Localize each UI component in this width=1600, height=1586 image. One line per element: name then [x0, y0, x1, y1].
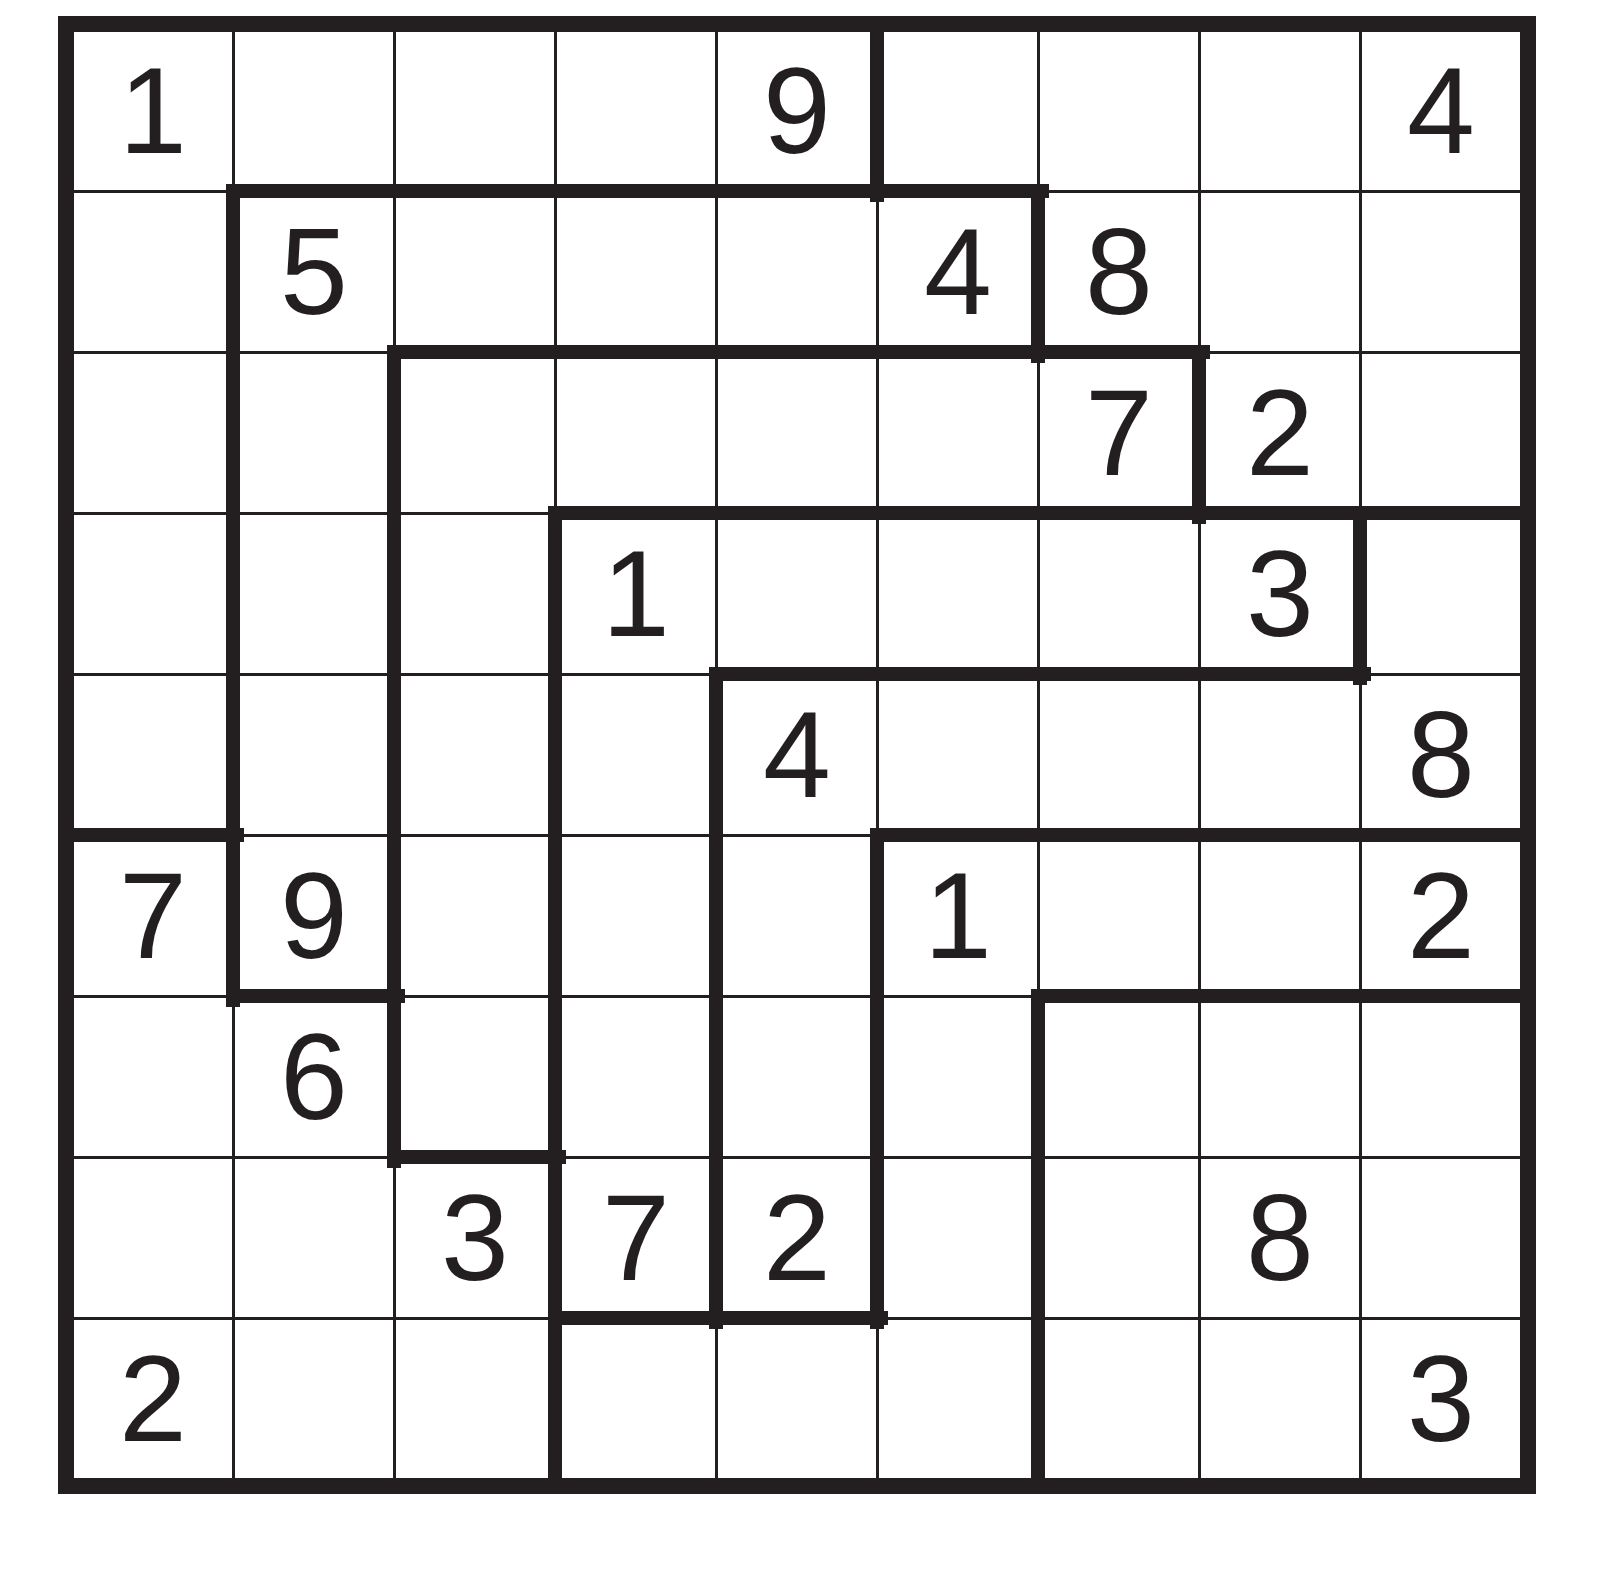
cell-r6c4[interactable]	[557, 837, 715, 995]
cell-r2c9[interactable]	[1362, 193, 1520, 351]
cell-r8c5: 2	[718, 1159, 876, 1317]
cell-r8c9[interactable]	[1362, 1159, 1520, 1317]
cell-r1c9: 4	[1362, 32, 1520, 190]
sudoku-board: 19454872134879126372823	[58, 16, 1536, 1494]
cell-r7c9[interactable]	[1362, 998, 1520, 1156]
cell-r5c7[interactable]	[1040, 676, 1198, 834]
cell-r3c9[interactable]	[1362, 354, 1520, 512]
cell-r3c4[interactable]	[557, 354, 715, 512]
cell-r9c3[interactable]	[396, 1320, 554, 1478]
cell-r7c3[interactable]	[396, 998, 554, 1156]
cell-r8c1[interactable]	[74, 1159, 232, 1317]
cell-r5c5: 4	[718, 676, 876, 834]
cell-r4c4: 1	[557, 515, 715, 673]
cell-r9c1: 2	[74, 1320, 232, 1478]
cell-r1c5: 9	[718, 32, 876, 190]
cell-r1c1: 1	[74, 32, 232, 190]
cell-r3c3[interactable]	[396, 354, 554, 512]
cell-r5c6[interactable]	[879, 676, 1037, 834]
cell-r6c7[interactable]	[1040, 837, 1198, 995]
cell-r7c1[interactable]	[74, 998, 232, 1156]
cell-r5c4[interactable]	[557, 676, 715, 834]
cell-r2c6: 4	[879, 193, 1037, 351]
cell-r7c4[interactable]	[557, 998, 715, 1156]
sudoku-grid: 19454872134879126372823	[74, 32, 1520, 1478]
cell-r7c5[interactable]	[718, 998, 876, 1156]
cell-r9c2[interactable]	[235, 1320, 393, 1478]
cell-r9c8[interactable]	[1201, 1320, 1359, 1478]
cell-r6c8[interactable]	[1201, 837, 1359, 995]
cell-r9c5[interactable]	[718, 1320, 876, 1478]
cell-r6c9: 2	[1362, 837, 1520, 995]
cell-r4c8: 3	[1201, 515, 1359, 673]
cell-r9c9: 3	[1362, 1320, 1520, 1478]
cell-r4c3[interactable]	[396, 515, 554, 673]
cell-r6c6: 1	[879, 837, 1037, 995]
cell-r4c9[interactable]	[1362, 515, 1520, 673]
cell-r2c7: 8	[1040, 193, 1198, 351]
cell-r5c2[interactable]	[235, 676, 393, 834]
cell-r3c6[interactable]	[879, 354, 1037, 512]
cell-r3c8: 2	[1201, 354, 1359, 512]
cell-r9c7[interactable]	[1040, 1320, 1198, 1478]
cell-r6c2: 9	[235, 837, 393, 995]
cell-r8c4: 7	[557, 1159, 715, 1317]
cell-r4c6[interactable]	[879, 515, 1037, 673]
cell-r7c2: 6	[235, 998, 393, 1156]
cell-r1c4[interactable]	[557, 32, 715, 190]
cell-r7c7[interactable]	[1040, 998, 1198, 1156]
cell-r3c2[interactable]	[235, 354, 393, 512]
cell-r1c6[interactable]	[879, 32, 1037, 190]
cell-r4c7[interactable]	[1040, 515, 1198, 673]
cell-r7c6[interactable]	[879, 998, 1037, 1156]
cell-r9c6[interactable]	[879, 1320, 1037, 1478]
cell-r8c2[interactable]	[235, 1159, 393, 1317]
cell-r3c7: 7	[1040, 354, 1198, 512]
cell-r7c8[interactable]	[1201, 998, 1359, 1156]
cell-r1c7[interactable]	[1040, 32, 1198, 190]
cell-r8c6[interactable]	[879, 1159, 1037, 1317]
cell-r8c8: 8	[1201, 1159, 1359, 1317]
cell-r4c1[interactable]	[74, 515, 232, 673]
cell-r4c2[interactable]	[235, 515, 393, 673]
cell-r2c8[interactable]	[1201, 193, 1359, 351]
cell-r3c1[interactable]	[74, 354, 232, 512]
cell-r8c3: 3	[396, 1159, 554, 1317]
cell-r2c5[interactable]	[718, 193, 876, 351]
cell-r5c8[interactable]	[1201, 676, 1359, 834]
cell-r2c1[interactable]	[74, 193, 232, 351]
cell-r2c4[interactable]	[557, 193, 715, 351]
cell-r5c9: 8	[1362, 676, 1520, 834]
cell-r6c1: 7	[74, 837, 232, 995]
cell-r3c5[interactable]	[718, 354, 876, 512]
cell-r4c5[interactable]	[718, 515, 876, 673]
cell-r8c7[interactable]	[1040, 1159, 1198, 1317]
cell-r6c5[interactable]	[718, 837, 876, 995]
cell-r1c3[interactable]	[396, 32, 554, 190]
cell-r1c8[interactable]	[1201, 32, 1359, 190]
cell-r9c4[interactable]	[557, 1320, 715, 1478]
cell-r5c1[interactable]	[74, 676, 232, 834]
cell-r6c3[interactable]	[396, 837, 554, 995]
cell-r1c2[interactable]	[235, 32, 393, 190]
cell-r2c3[interactable]	[396, 193, 554, 351]
cell-r2c2: 5	[235, 193, 393, 351]
cell-r5c3[interactable]	[396, 676, 554, 834]
